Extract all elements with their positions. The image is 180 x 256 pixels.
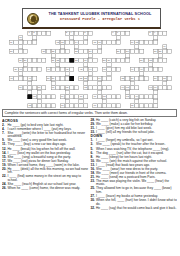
clue-number-in-cell: 21 <box>42 49 45 52</box>
clue-number-in-cell: 24 <box>89 49 92 52</box>
clue-number-in-cell: 26 <box>126 49 129 52</box>
clue-number-in-cell: 17 <box>131 40 134 43</box>
clue-number-in-cell: 63 <box>84 85 87 88</box>
clue-number-in-cell: 55 <box>121 76 124 79</box>
clue-number-in-cell: 18 <box>135 40 138 43</box>
clue-number-in-cell: 34 <box>84 58 87 61</box>
clue-number-in-cell: 57 <box>154 76 157 79</box>
clue-number-in-cell: 8 <box>149 31 150 34</box>
clue-number-in-cell: 33 <box>75 58 78 61</box>
header-text: THE TASHKENT ULUGBEK INTERNATIONAL SCHOO… <box>41 11 159 28</box>
clue-text: I ____ (tell) all my friends the school … <box>96 130 155 134</box>
clue-number-in-cell: 30 <box>24 58 27 61</box>
clue-number-in-cell: 40 <box>19 67 22 70</box>
clue-item: 32.He ____ (say) that he would come back… <box>91 205 178 209</box>
clue-number-in-cell: 3 <box>66 31 67 34</box>
clue-item: 7.She ____ (write) the letter to her hus… <box>2 131 89 138</box>
clue-number-in-cell: 32 <box>56 58 59 61</box>
clues-left-column: ACROSS 2.He ____ (go) to bed very late l… <box>2 118 89 209</box>
clue-number-in-cell: 50 <box>47 76 50 79</box>
clue-item: 25.They allowed him to go in, because th… <box>91 186 178 193</box>
clue-number-in-cell: 10 <box>19 36 22 39</box>
clue-number-in-cell: 77 <box>94 104 97 107</box>
clue-number-in-cell: 70 <box>80 95 83 98</box>
clue-number-in-cell: 31 <box>52 58 55 61</box>
clue-text: I ____ (find) some money in the street o… <box>8 174 89 181</box>
clue-number-in-cell: 69 <box>61 95 64 98</box>
across-heading: ACROSS <box>2 119 89 123</box>
clue-number-in-cell: 74 <box>135 95 138 98</box>
clue-number-in-cell: 19 <box>163 45 166 48</box>
clue-number-in-cell: 14 <box>75 40 78 43</box>
clue-item: 20.He ____ (drink) all the milk this mor… <box>2 166 89 173</box>
clue-number-in-cell: 39 <box>15 67 18 70</box>
clue-number-in-cell: 64 <box>121 85 124 88</box>
clue-number-in-cell: 53 <box>84 76 87 79</box>
clue-text: He ____ (drink) all the milk this mornin… <box>8 166 89 173</box>
clue-number-in-cell: 23 <box>75 49 78 52</box>
clue-number-in-cell: 75 <box>28 104 31 107</box>
clue-number-in-cell: 6 <box>112 31 113 34</box>
crossword-grid: 1234567891011121314151617181920212223242… <box>9 31 172 108</box>
clue-item: 26.When he ____ (come) home, the dinner … <box>2 186 89 190</box>
clue-number-in-cell: 51 <box>52 76 55 79</box>
clue-number-in-cell: 20 <box>10 49 13 52</box>
clue-item: 30.When she fell, ____ (hurt) her knee. … <box>91 198 178 205</box>
school-name: THE TASHKENT ULUGBEK INTERNATIONAL SCHOO… <box>41 11 159 16</box>
clue-number-in-cell: 29 <box>19 58 22 61</box>
clue-number-in-cell: 65 <box>126 85 129 88</box>
clue-number-in-cell: 47 <box>140 67 143 70</box>
crossword-grid-cells: 1234567891011121314151617181920212223242… <box>9 31 172 108</box>
clue-item: 33.I ____ (tell) all my friends the scho… <box>91 130 178 134</box>
clue-number-in-cell: 11 <box>10 40 12 43</box>
clue-number-in-cell: 54 <box>98 76 101 79</box>
header-box: THE TASHKENT ULUGBEK INTERNATIONAL SCHOO… <box>22 8 161 29</box>
clue-number-in-cell: 2 <box>33 31 34 34</box>
clue-number-in-cell: 56 <box>131 76 134 79</box>
clue-number-in-cell: 27 <box>154 49 157 52</box>
clues-right-column: 28.He ____ (catch) a very big fish on Su… <box>91 118 178 209</box>
school-logo-icon <box>27 13 39 25</box>
clue-text: When she fell, ____ (hurt) her knee. I d… <box>96 198 177 205</box>
clue-number-in-cell: 52 <box>80 76 83 79</box>
clue-number-in-cell: 38 <box>149 58 152 61</box>
clue-number-in-cell: 22 <box>52 49 55 52</box>
clue-number-in-cell: 45 <box>103 67 106 70</box>
instruction-text: Complete the sentences with correct form… <box>3 110 176 115</box>
clue-number-in-cell: 36 <box>108 58 111 61</box>
clue-number-in-cell: 66 <box>149 85 152 88</box>
clue-number-in-cell: 72 <box>103 95 106 98</box>
clue-number-in-cell: 13 <box>61 40 64 43</box>
clue-number-in-cell: 60 <box>38 85 41 88</box>
clue-number-in-cell: 44 <box>89 67 92 70</box>
clue-text: When he ____ (come) home, the dinner was… <box>8 186 81 190</box>
instruction-box: Complete the sentences with correct form… <box>2 109 177 117</box>
clue-number-in-cell: 15 <box>94 40 97 43</box>
clue-number-in-cell: 71 <box>94 95 97 98</box>
clue-number-in-cell: 7 <box>117 31 118 34</box>
clue-number-in-cell: 35 <box>103 58 106 61</box>
clue-number-in-cell: 46 <box>131 67 134 70</box>
worksheet-title: Crossword Puzzle - Irregular verbs 1 <box>41 17 159 21</box>
clue-number-in-cell: 1 <box>28 31 29 34</box>
clue-number-in-cell: 9 <box>154 31 155 34</box>
clue-text: He ____ (say) that he would come back an… <box>96 205 176 209</box>
clue-number-in-cell: 61 <box>52 85 55 88</box>
clue-number-in-cell: 76 <box>61 104 64 107</box>
clue-number-in-cell: 37 <box>140 58 143 61</box>
clue-number-in-cell: 28 <box>159 49 162 52</box>
clues-area: ACROSS 2.He ____ (go) to bed very late l… <box>2 118 179 253</box>
clue-number-in-cell: 49 <box>28 76 31 79</box>
clue-number-in-cell: 16 <box>98 40 101 43</box>
clue-number-in-cell: 59 <box>19 85 22 88</box>
clue-number-in-cell: 25 <box>117 49 120 52</box>
grid-gap <box>167 103 172 108</box>
clue-text: She ____ (write) the letter to her husba… <box>8 131 89 138</box>
clue-number-in-cell: 62 <box>66 85 69 88</box>
clue-number-in-cell: 67 <box>154 85 157 88</box>
down-heading: DOWN <box>91 134 178 138</box>
clue-number-in-cell: 42 <box>66 67 69 70</box>
clue-number-in-cell: 43 <box>80 67 83 70</box>
clue-number-in-cell: 4 <box>70 31 71 34</box>
clue-number-in-cell: 68 <box>33 95 36 98</box>
clue-number-in-cell: 5 <box>84 31 85 34</box>
clue-number-in-cell: 48 <box>10 76 13 79</box>
clue-number-in-cell: 41 <box>47 67 50 70</box>
clue-number-in-cell: 73 <box>126 95 129 98</box>
clue-text: The man was playing the violin. We ____ … <box>96 178 177 185</box>
clue-number-in-cell: 78 <box>131 104 134 107</box>
clue-text: They allowed him to go in, because they … <box>96 186 177 193</box>
worksheet-page: { "game": "crossword", "header": { "scho… <box>0 0 180 256</box>
clue-number-in-cell: 58 <box>163 76 166 79</box>
clue-item: 23.The man was playing the violin. We __… <box>91 178 178 185</box>
clue-item: 22.I ____ (find) some money in the stree… <box>2 174 89 181</box>
clue-number-in-cell: 12 <box>56 40 59 43</box>
